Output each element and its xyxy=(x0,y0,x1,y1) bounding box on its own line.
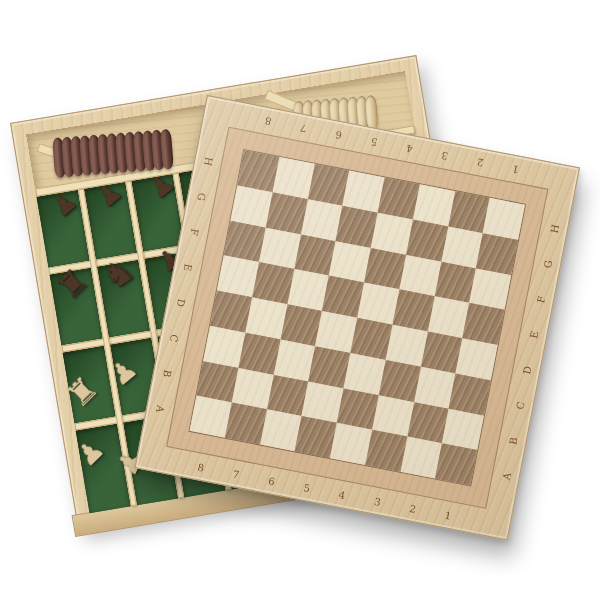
rank-label-left-F: F xyxy=(189,228,201,237)
file-label-top-4: 4 xyxy=(405,143,413,155)
rank-label-right-H: H xyxy=(549,223,561,234)
file-label-top-8: 8 xyxy=(264,115,272,127)
rank-label-right-G: G xyxy=(542,259,554,269)
rank-label-left-A: A xyxy=(154,404,166,413)
rank-label-left-E: E xyxy=(182,263,194,272)
board-grid xyxy=(188,149,526,487)
file-label-top-3: 3 xyxy=(441,149,449,161)
wooden-chess-set-photo: ♟♟♟♜♞♟♜♟♟♟♟ 8765432187654321HGFEDCBAHGFE… xyxy=(0,0,600,600)
file-label-bottom-5: 5 xyxy=(303,482,311,494)
rank-label-right-F: F xyxy=(535,295,547,304)
rank-label-left-B: B xyxy=(161,369,173,378)
rank-label-left-G: G xyxy=(195,192,207,202)
file-label-bottom-2: 2 xyxy=(409,503,417,515)
file-label-bottom-6: 6 xyxy=(267,475,275,487)
rank-label-right-B: B xyxy=(508,436,520,445)
file-label-top-6: 6 xyxy=(335,129,343,141)
file-label-bottom-4: 4 xyxy=(338,489,346,501)
rank-label-right-E: E xyxy=(528,330,540,339)
rank-label-left-H: H xyxy=(202,156,214,167)
file-label-bottom-1: 1 xyxy=(444,510,452,522)
file-label-top-1: 1 xyxy=(511,163,519,175)
file-label-bottom-8: 8 xyxy=(197,462,205,474)
rank-label-left-C: C xyxy=(168,333,180,343)
file-label-bottom-7: 7 xyxy=(232,469,240,481)
rank-label-left-D: D xyxy=(175,298,187,308)
file-label-top-5: 5 xyxy=(370,136,378,148)
file-label-top-2: 2 xyxy=(476,156,484,168)
rank-label-right-C: C xyxy=(514,401,526,411)
chess-board: 8765432187654321HGFEDCBAHGFEDCBA xyxy=(134,95,580,541)
file-label-top-7: 7 xyxy=(299,122,307,134)
square-a1 xyxy=(435,444,477,486)
rank-label-right-D: D xyxy=(521,365,533,375)
rank-label-right-A: A xyxy=(501,472,513,481)
file-label-bottom-3: 3 xyxy=(373,496,381,508)
